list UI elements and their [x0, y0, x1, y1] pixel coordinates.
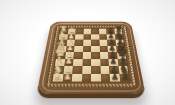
- square-f7[interactable]: ♟: [109, 58, 119, 65]
- square-e5[interactable]: [91, 52, 100, 59]
- square-f3[interactable]: [73, 58, 82, 65]
- square-h3[interactable]: [72, 73, 82, 81]
- square-f8[interactable]: ♝: [117, 58, 127, 65]
- white-bishop-piece: ♝: [55, 54, 65, 65]
- square-f4[interactable]: [82, 58, 91, 65]
- square-e8[interactable]: ♚: [117, 52, 127, 59]
- chess-board: ♜♟♟♜♞♟♟♞♝♟♟♝♛♟♟♛♚♟♟♚♝♟♟♝♞♟♟♞♜♟♟♜: [37, 21, 146, 93]
- board-frame: ♜♟♟♜♞♟♟♞♝♟♟♝♛♟♟♛♚♟♟♚♝♟♟♝♞♟♟♞♜♟♟♜: [37, 21, 146, 93]
- white-pawn-piece: ♟: [66, 50, 73, 58]
- board-grid: ♜♟♟♜♞♟♟♞♝♟♟♝♛♟♟♛♚♟♟♚♝♟♟♝♞♟♟♞♜♟♟♜: [53, 28, 130, 81]
- photo-background: ♜♟♟♜♞♟♟♞♝♟♟♝♛♟♟♛♚♟♟♚♝♟♟♝♞♟♟♞♜♟♟♜: [0, 0, 175, 105]
- square-a3[interactable]: [75, 28, 83, 33]
- square-a8[interactable]: ♜: [114, 28, 122, 33]
- square-h8[interactable]: ♜: [119, 73, 130, 81]
- square-e3[interactable]: [73, 52, 82, 59]
- white-pawn-piece: ♟: [63, 72, 71, 80]
- black-pawn-piece: ♟: [109, 50, 116, 58]
- square-f6[interactable]: [100, 58, 109, 65]
- square-f5[interactable]: [91, 58, 100, 65]
- black-pawn-piece: ♟: [111, 72, 119, 80]
- square-e4[interactable]: [82, 52, 91, 59]
- square-a4[interactable]: [83, 28, 91, 33]
- square-h5[interactable]: [91, 73, 101, 81]
- square-h4[interactable]: [81, 73, 91, 81]
